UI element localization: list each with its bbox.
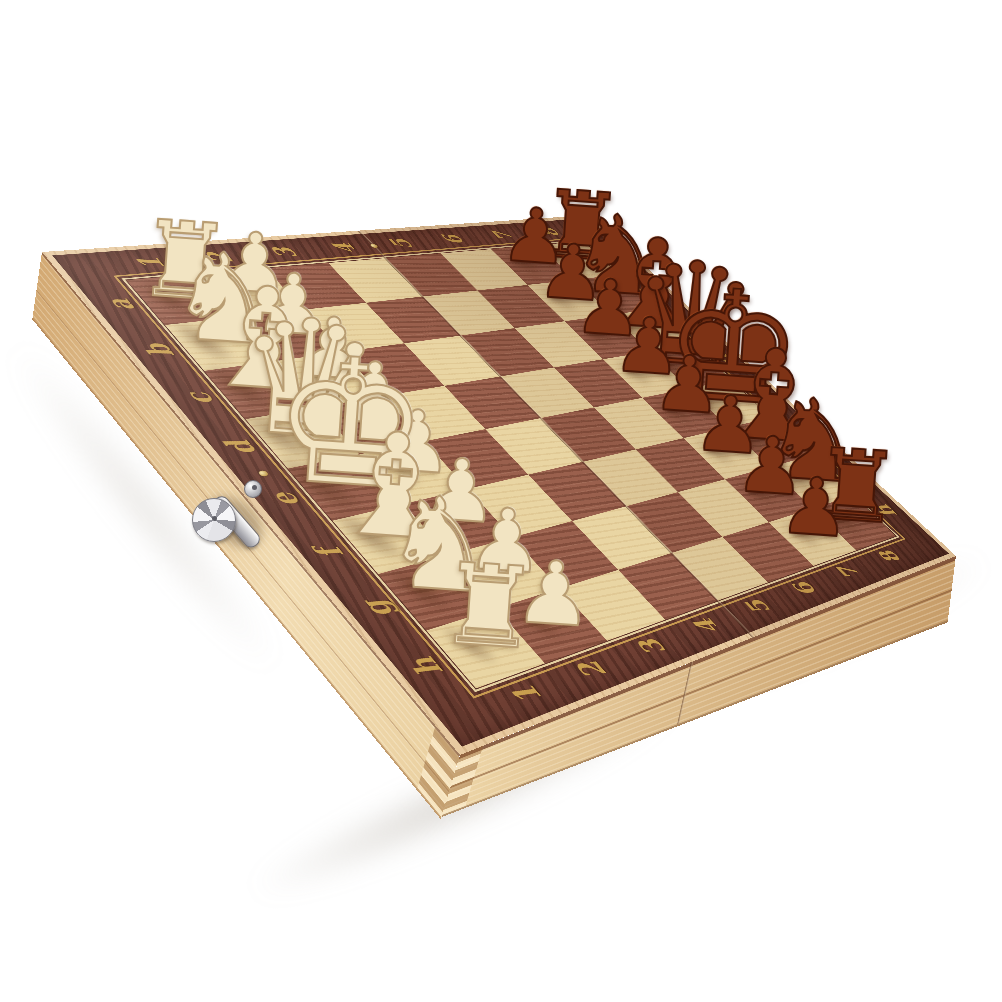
- clasp-screw: [252, 485, 257, 490]
- chess-set-product-photo: 1122334455667788aabbccddeeffgghh ♜♞♝♛♚♝♞…: [0, 0, 1002, 1002]
- clasp-screw: [212, 516, 217, 521]
- clasp-latch: [186, 468, 286, 560]
- rank-label-top-1: 1: [132, 256, 170, 270]
- rank-label-top-2: 2: [203, 251, 239, 264]
